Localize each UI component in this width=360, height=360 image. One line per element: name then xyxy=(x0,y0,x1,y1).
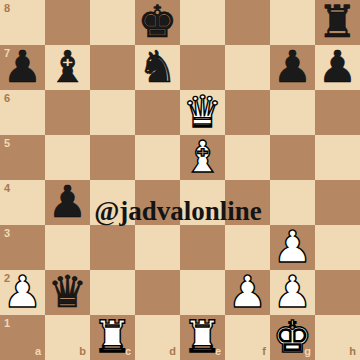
square-h2[interactable] xyxy=(315,270,360,315)
square-a7[interactable]: 7♟ xyxy=(0,45,45,90)
square-f8[interactable] xyxy=(225,0,270,45)
square-b8[interactable] xyxy=(45,0,90,45)
square-f2[interactable]: ♟ xyxy=(225,270,270,315)
square-f4[interactable] xyxy=(225,180,270,225)
square-b3[interactable] xyxy=(45,225,90,270)
square-g5[interactable] xyxy=(270,135,315,180)
square-b1[interactable]: b xyxy=(45,315,90,360)
square-g3[interactable]: ♟ xyxy=(270,225,315,270)
square-e2[interactable] xyxy=(180,270,225,315)
piece-black-knight[interactable]: ♞ xyxy=(135,44,180,89)
chess-board: 8♚♜7♟♝♞♟♟6♛5♝4♟3♟2♟♛♟♟1abc♜de♜fg♚h@jadva… xyxy=(0,0,360,360)
piece-black-pawn[interactable]: ♟ xyxy=(270,44,315,89)
square-h5[interactable] xyxy=(315,135,360,180)
square-h3[interactable] xyxy=(315,225,360,270)
square-f6[interactable] xyxy=(225,90,270,135)
file-label-b: b xyxy=(79,346,86,357)
square-c7[interactable] xyxy=(90,45,135,90)
rank-label-6: 6 xyxy=(4,93,10,104)
square-f5[interactable] xyxy=(225,135,270,180)
piece-black-bishop[interactable]: ♝ xyxy=(45,44,90,89)
square-f7[interactable] xyxy=(225,45,270,90)
piece-white-pawn[interactable]: ♟ xyxy=(0,269,45,314)
piece-white-rook[interactable]: ♜ xyxy=(180,314,225,359)
square-e6[interactable]: ♛ xyxy=(180,90,225,135)
piece-white-rook[interactable]: ♜ xyxy=(90,314,135,359)
piece-black-rook[interactable]: ♜ xyxy=(315,0,360,44)
piece-white-pawn[interactable]: ♟ xyxy=(270,224,315,269)
square-c4[interactable] xyxy=(90,180,135,225)
square-b7[interactable]: ♝ xyxy=(45,45,90,90)
square-a8[interactable]: 8 xyxy=(0,0,45,45)
file-label-d: d xyxy=(169,346,176,357)
piece-black-king[interactable]: ♚ xyxy=(135,0,180,44)
square-a4[interactable]: 4 xyxy=(0,180,45,225)
rank-label-8: 8 xyxy=(4,3,10,14)
file-label-h: h xyxy=(349,346,356,357)
square-d8[interactable]: ♚ xyxy=(135,0,180,45)
square-h1[interactable]: h xyxy=(315,315,360,360)
square-g2[interactable]: ♟ xyxy=(270,270,315,315)
rank-label-3: 3 xyxy=(4,228,10,239)
square-b4[interactable]: ♟ xyxy=(45,180,90,225)
piece-white-bishop[interactable]: ♝ xyxy=(180,134,225,179)
square-e5[interactable]: ♝ xyxy=(180,135,225,180)
square-b2[interactable]: ♛ xyxy=(45,270,90,315)
square-c1[interactable]: c♜ xyxy=(90,315,135,360)
square-a6[interactable]: 6 xyxy=(0,90,45,135)
square-g8[interactable] xyxy=(270,0,315,45)
square-e3[interactable] xyxy=(180,225,225,270)
square-a1[interactable]: 1a xyxy=(0,315,45,360)
square-c2[interactable] xyxy=(90,270,135,315)
square-c5[interactable] xyxy=(90,135,135,180)
square-h4[interactable] xyxy=(315,180,360,225)
square-d2[interactable] xyxy=(135,270,180,315)
piece-black-pawn[interactable]: ♟ xyxy=(0,44,45,89)
square-f3[interactable] xyxy=(225,225,270,270)
square-d4[interactable] xyxy=(135,180,180,225)
file-label-f: f xyxy=(262,346,266,357)
square-b6[interactable] xyxy=(45,90,90,135)
piece-white-pawn[interactable]: ♟ xyxy=(270,269,315,314)
square-c3[interactable] xyxy=(90,225,135,270)
file-label-a: a xyxy=(35,346,41,357)
square-e8[interactable] xyxy=(180,0,225,45)
square-b5[interactable] xyxy=(45,135,90,180)
square-d1[interactable]: d xyxy=(135,315,180,360)
square-d5[interactable] xyxy=(135,135,180,180)
square-g4[interactable] xyxy=(270,180,315,225)
square-h8[interactable]: ♜ xyxy=(315,0,360,45)
square-d3[interactable] xyxy=(135,225,180,270)
piece-white-pawn[interactable]: ♟ xyxy=(225,269,270,314)
square-c6[interactable] xyxy=(90,90,135,135)
piece-white-king[interactable]: ♚ xyxy=(270,314,315,359)
piece-black-queen[interactable]: ♛ xyxy=(45,269,90,314)
square-h6[interactable] xyxy=(315,90,360,135)
square-h7[interactable]: ♟ xyxy=(315,45,360,90)
square-e4[interactable] xyxy=(180,180,225,225)
square-e7[interactable] xyxy=(180,45,225,90)
rank-label-1: 1 xyxy=(4,318,10,329)
rank-label-5: 5 xyxy=(4,138,10,149)
square-a3[interactable]: 3 xyxy=(0,225,45,270)
square-e1[interactable]: e♜ xyxy=(180,315,225,360)
square-d6[interactable] xyxy=(135,90,180,135)
square-f1[interactable]: f xyxy=(225,315,270,360)
piece-white-queen[interactable]: ♛ xyxy=(180,89,225,134)
square-g7[interactable]: ♟ xyxy=(270,45,315,90)
square-g6[interactable] xyxy=(270,90,315,135)
square-a5[interactable]: 5 xyxy=(0,135,45,180)
square-g1[interactable]: g♚ xyxy=(270,315,315,360)
piece-black-pawn[interactable]: ♟ xyxy=(315,44,360,89)
square-d7[interactable]: ♞ xyxy=(135,45,180,90)
square-a2[interactable]: 2♟ xyxy=(0,270,45,315)
piece-black-pawn[interactable]: ♟ xyxy=(45,179,90,224)
square-c8[interactable] xyxy=(90,0,135,45)
rank-label-4: 4 xyxy=(4,183,10,194)
